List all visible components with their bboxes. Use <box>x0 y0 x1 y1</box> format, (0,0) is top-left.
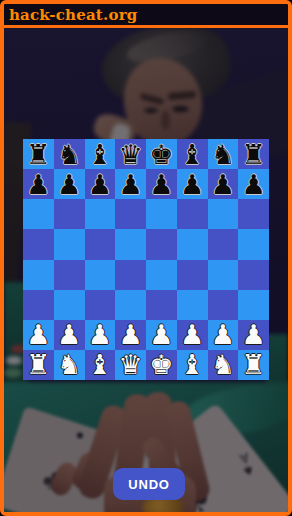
square-a6[interactable] <box>23 199 54 229</box>
piece-black-rook: ♜ <box>242 141 266 168</box>
square-a1[interactable]: ♜ <box>23 350 54 380</box>
watermark-text: hack-cheat.org <box>4 6 137 24</box>
square-a5[interactable] <box>23 229 54 259</box>
square-g6[interactable] <box>208 199 239 229</box>
square-f7[interactable]: ♟ <box>177 169 208 199</box>
chess-board: ♜♞♝♛♚♝♞♜♟♟♟♟♟♟♟♟♟♟♟♟♟♟♟♟♜♞♝♛♚♝♞♜ <box>23 139 269 380</box>
square-c2[interactable]: ♟ <box>85 320 116 350</box>
piece-white-bishop: ♝ <box>88 351 112 378</box>
square-b4[interactable] <box>54 260 85 290</box>
piece-white-pawn: ♟ <box>180 321 204 348</box>
square-f5[interactable] <box>177 229 208 259</box>
square-h2[interactable]: ♟ <box>238 320 269 350</box>
square-e3[interactable] <box>146 290 177 320</box>
piece-black-queen: ♛ <box>119 141 143 168</box>
square-f8[interactable]: ♝ <box>177 139 208 169</box>
piece-black-bishop: ♝ <box>180 141 204 168</box>
piece-white-rook: ♜ <box>242 351 266 378</box>
square-g1[interactable]: ♞ <box>208 350 239 380</box>
square-g2[interactable]: ♟ <box>208 320 239 350</box>
square-d3[interactable] <box>115 290 146 320</box>
square-b8[interactable]: ♞ <box>54 139 85 169</box>
square-c8[interactable]: ♝ <box>85 139 116 169</box>
square-c3[interactable] <box>85 290 116 320</box>
square-f6[interactable] <box>177 199 208 229</box>
piece-white-pawn: ♟ <box>149 321 173 348</box>
square-a2[interactable]: ♟ <box>23 320 54 350</box>
square-e5[interactable] <box>146 229 177 259</box>
piece-black-pawn: ♟ <box>180 171 204 198</box>
square-d7[interactable]: ♟ <box>115 169 146 199</box>
piece-white-pawn: ♟ <box>88 321 112 348</box>
square-d4[interactable] <box>115 260 146 290</box>
square-a3[interactable] <box>23 290 54 320</box>
square-b7[interactable]: ♟ <box>54 169 85 199</box>
square-b6[interactable] <box>54 199 85 229</box>
square-a8[interactable]: ♜ <box>23 139 54 169</box>
square-h5[interactable] <box>238 229 269 259</box>
square-e2[interactable]: ♟ <box>146 320 177 350</box>
square-g3[interactable] <box>208 290 239 320</box>
square-b2[interactable]: ♟ <box>54 320 85 350</box>
square-h7[interactable]: ♟ <box>238 169 269 199</box>
square-h3[interactable] <box>238 290 269 320</box>
square-c7[interactable]: ♟ <box>85 169 116 199</box>
piece-black-pawn: ♟ <box>88 171 112 198</box>
piece-black-knight: ♞ <box>211 141 235 168</box>
piece-white-king: ♚ <box>149 351 173 378</box>
square-c1[interactable]: ♝ <box>85 350 116 380</box>
square-g4[interactable] <box>208 260 239 290</box>
piece-black-bishop: ♝ <box>88 141 112 168</box>
square-d2[interactable]: ♟ <box>115 320 146 350</box>
piece-black-pawn: ♟ <box>149 171 173 198</box>
piece-black-knight: ♞ <box>57 141 81 168</box>
square-h6[interactable] <box>238 199 269 229</box>
square-c4[interactable] <box>85 260 116 290</box>
piece-black-pawn: ♟ <box>211 171 235 198</box>
square-g8[interactable]: ♞ <box>208 139 239 169</box>
square-d8[interactable]: ♛ <box>115 139 146 169</box>
square-c6[interactable] <box>85 199 116 229</box>
square-e7[interactable]: ♟ <box>146 169 177 199</box>
square-h1[interactable]: ♜ <box>238 350 269 380</box>
piece-white-bishop: ♝ <box>180 351 204 378</box>
square-e8[interactable]: ♚ <box>146 139 177 169</box>
square-e4[interactable] <box>146 260 177 290</box>
piece-black-pawn: ♟ <box>119 171 143 198</box>
square-a7[interactable]: ♟ <box>23 169 54 199</box>
piece-white-rook: ♜ <box>26 351 50 378</box>
piece-white-pawn: ♟ <box>26 321 50 348</box>
app-window: ♣ ♣ ♠ ♠A hack-cheat.org ♜♞♝♛♚♝♞♜♟♟♟♟♟♟♟♟… <box>0 0 292 516</box>
piece-white-knight: ♞ <box>57 351 81 378</box>
square-b5[interactable] <box>54 229 85 259</box>
square-f2[interactable]: ♟ <box>177 320 208 350</box>
square-f3[interactable] <box>177 290 208 320</box>
piece-black-pawn: ♟ <box>26 171 50 198</box>
square-b1[interactable]: ♞ <box>54 350 85 380</box>
square-h4[interactable] <box>238 260 269 290</box>
undo-button[interactable]: UNDO <box>113 468 185 500</box>
piece-white-pawn: ♟ <box>242 321 266 348</box>
square-h8[interactable]: ♜ <box>238 139 269 169</box>
piece-white-queen: ♛ <box>119 351 143 378</box>
square-c5[interactable] <box>85 229 116 259</box>
square-a4[interactable] <box>23 260 54 290</box>
piece-white-pawn: ♟ <box>211 321 235 348</box>
square-e6[interactable] <box>146 199 177 229</box>
square-f4[interactable] <box>177 260 208 290</box>
square-b3[interactable] <box>54 290 85 320</box>
piece-white-pawn: ♟ <box>119 321 143 348</box>
square-d6[interactable] <box>115 199 146 229</box>
square-d1[interactable]: ♛ <box>115 350 146 380</box>
piece-black-rook: ♜ <box>26 141 50 168</box>
square-g5[interactable] <box>208 229 239 259</box>
square-d5[interactable] <box>115 229 146 259</box>
watermark-banner: hack-cheat.org <box>4 4 288 28</box>
piece-white-knight: ♞ <box>211 351 235 378</box>
piece-black-king: ♚ <box>149 141 173 168</box>
square-g7[interactable]: ♟ <box>208 169 239 199</box>
square-e1[interactable]: ♚ <box>146 350 177 380</box>
piece-black-pawn: ♟ <box>57 171 81 198</box>
piece-black-pawn: ♟ <box>242 171 266 198</box>
square-f1[interactable]: ♝ <box>177 350 208 380</box>
piece-white-pawn: ♟ <box>57 321 81 348</box>
